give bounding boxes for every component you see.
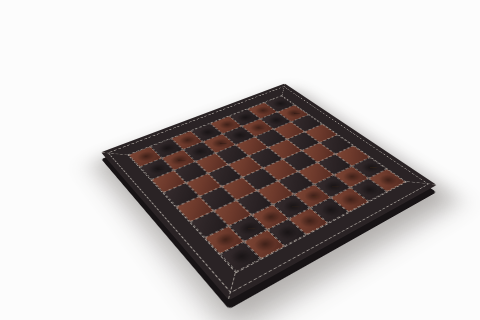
square-a1: ♜ <box>220 242 261 272</box>
piece-black-pawn: ♟ <box>168 139 189 163</box>
piece-white-rook: ♜ <box>225 226 256 260</box>
board-grid: ♜♞♝♛♚♝♞♜♟♟♟♟♟♟♟♟♟♟♟♟♟♟♟♟♜♞♝♛♚♝♞♜ <box>127 95 407 273</box>
square-d4 <box>243 168 278 190</box>
piece-black-pawn: ♟ <box>146 148 168 172</box>
square-e4 <box>263 159 298 180</box>
corner-miter-stitch <box>228 273 236 299</box>
piece-black-pawn: ♟ <box>248 109 268 131</box>
corner-miter-stitch <box>407 181 435 184</box>
piece-black-pawn: ♟ <box>229 116 249 138</box>
chess-board: ♜♞♝♛♚♝♞♜♟♟♟♟♟♟♟♟♟♟♟♟♟♟♟♟♜♞♝♛♚♝♞♜ <box>101 83 437 300</box>
corner-miter-stitch <box>102 152 127 155</box>
board-scene: ♜♞♝♛♚♝♞♜♟♟♟♟♟♟♟♟♟♟♟♟♟♟♟♟♜♞♝♛♚♝♞♜ <box>0 0 480 320</box>
product-photo-chess-set: ♜♞♝♛♚♝♞♜♟♟♟♟♟♟♟♟♟♟♟♟♟♟♟♟♜♞♝♛♚♝♞♜ <box>0 0 480 320</box>
